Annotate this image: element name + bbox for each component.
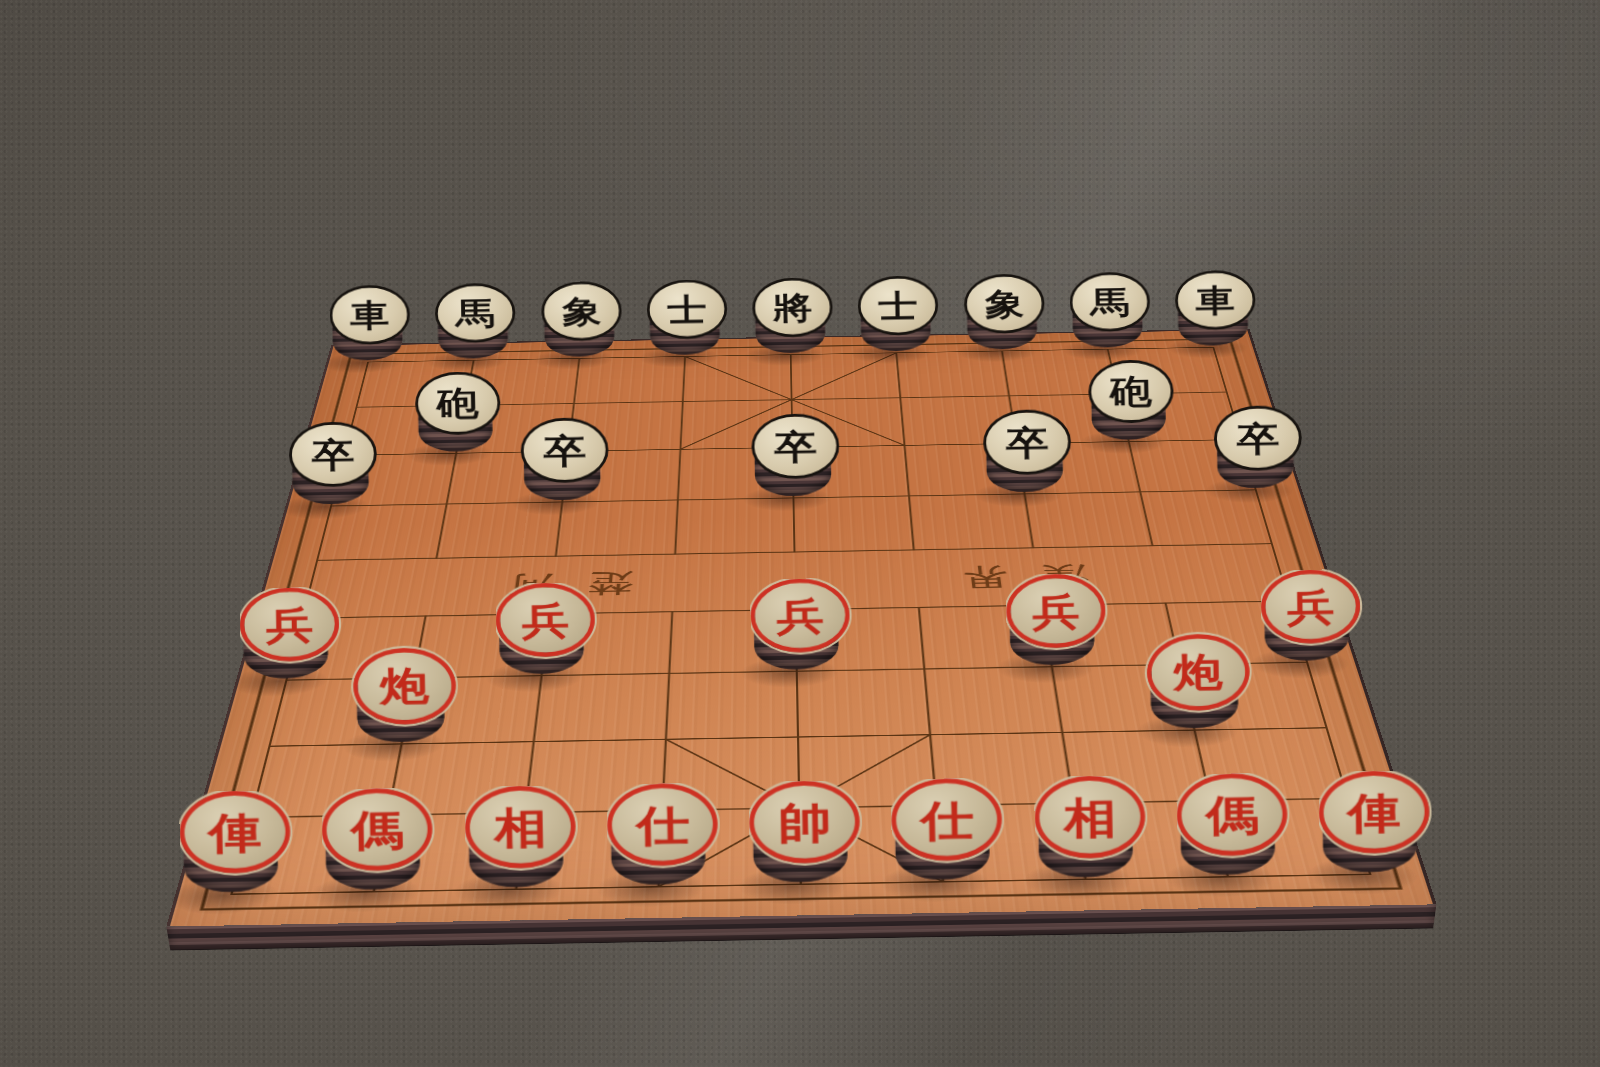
piece-glyph: 帥 (778, 800, 832, 843)
piece-glyph: 兵 (776, 596, 824, 635)
piece-sprite: 士 (646, 279, 722, 357)
piece-sprite: 卒 (520, 417, 603, 502)
piece-sprite: 砲 (415, 371, 496, 454)
piece-sprite: 仕 (891, 778, 994, 883)
piece-glyph: 炮 (1173, 652, 1223, 692)
piece-glyph: 卒 (1236, 421, 1280, 456)
piece-sprite: 馬 (1069, 272, 1145, 350)
piece-sprite: 傌 (1176, 773, 1279, 878)
piece-glyph: 象 (561, 295, 601, 327)
piece-sprite: 兵 (495, 582, 587, 676)
piece-sprite: 卒 (751, 413, 834, 498)
piece-sprite: 兵 (239, 587, 331, 681)
piece-sprite: 兵 (1005, 573, 1097, 667)
piece-glyph: 俥 (208, 810, 262, 853)
piece-sprite: 兵 (750, 578, 842, 672)
piece-sprite: 兵 (1260, 569, 1352, 663)
piece-sprite: 將 (752, 277, 828, 355)
piece-sprite: 士 (858, 275, 934, 353)
piece-glyph: 兵 (521, 600, 569, 639)
perspective-scene: 楚河 漢界 車馬象士將士象馬車砲砲卒卒卒卒卒兵兵兵兵兵炮炮俥傌相仕帥仕相傌俥 (0, 0, 1600, 1067)
piece-glyph: 兵 (265, 605, 313, 644)
piece-glyph: 俥 (1347, 791, 1401, 834)
piece-sprite: 砲 (1088, 359, 1169, 442)
piece-glyph: 相 (1062, 795, 1116, 838)
piece-glyph: 傌 (350, 808, 404, 851)
piece-sprite: 車 (1175, 270, 1251, 348)
photo-stage: 楚河 漢界 車馬象士將士象馬車砲砲卒卒卒卒卒兵兵兵兵兵炮炮俥傌相仕帥仕相傌俥 (0, 0, 1600, 1067)
piece-sprite: 傌 (321, 788, 424, 893)
piece-glyph: 士 (667, 293, 707, 325)
piece-glyph: 車 (350, 299, 390, 331)
piece-glyph: 砲 (1110, 374, 1152, 408)
piece-sprite: 相 (1033, 775, 1136, 880)
piece-glyph: 炮 (380, 666, 430, 706)
piece-glyph: 車 (1195, 284, 1235, 316)
piece-sprite: 仕 (606, 783, 709, 888)
piece-glyph: 兵 (1031, 591, 1079, 630)
xiangqi-board[interactable]: 楚河 漢界 車馬象士將士象馬車砲砲卒卒卒卒卒兵兵兵兵兵炮炮俥傌相仕帥仕相傌俥 (166, 329, 1436, 927)
piece-glyph: 士 (878, 290, 918, 322)
piece-sprite: 炮 (353, 647, 448, 745)
piece-glyph: 仕 (920, 798, 974, 841)
piece-glyph: 砲 (437, 386, 479, 420)
piece-sprite: 卒 (1213, 405, 1296, 490)
piece-glyph: 仕 (635, 803, 689, 846)
piece-glyph: 傌 (1205, 793, 1259, 836)
piece-sprite: 卒 (288, 421, 371, 506)
piece-glyph: 象 (984, 288, 1024, 320)
piece-sprite: 帥 (749, 780, 852, 885)
piece-sprite: 象 (963, 274, 1039, 352)
piece-glyph: 卒 (774, 429, 818, 464)
piece-glyph: 馬 (456, 297, 496, 329)
piece-glyph: 將 (773, 291, 813, 323)
piece-glyph: 卒 (542, 433, 586, 468)
piece-sprite: 車 (329, 285, 405, 363)
piece-glyph: 兵 (1286, 587, 1334, 626)
piece-glyph: 卒 (311, 437, 355, 472)
piece-glyph: 馬 (1090, 286, 1130, 318)
piece-sprite: 象 (540, 281, 616, 359)
piece-glyph: 卒 (1005, 425, 1049, 460)
piece-sprite: 馬 (435, 283, 511, 361)
piece-sprite: 相 (464, 785, 567, 890)
piece-sprite: 卒 (982, 409, 1065, 494)
piece-sprite: 俥 (1318, 770, 1421, 875)
piece-glyph: 相 (493, 805, 547, 848)
piece-sprite: 俥 (179, 790, 282, 895)
piece-sprite: 炮 (1146, 633, 1241, 731)
